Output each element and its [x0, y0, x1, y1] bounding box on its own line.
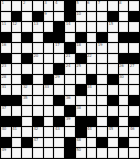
- grid-cell[interactable]: [33, 96, 43, 106]
- black-cell: [65, 1, 75, 11]
- grid-cell[interactable]: [12, 33, 22, 43]
- grid-cell[interactable]: [12, 54, 22, 64]
- grid-cell[interactable]: [44, 96, 54, 106]
- clue-number: 3: [44, 1, 46, 5]
- grid-cell[interactable]: [87, 64, 97, 74]
- clue-number: 6: [87, 1, 89, 5]
- grid-cell[interactable]: 27: [129, 64, 139, 74]
- clue-number: 40: [2, 127, 7, 131]
- grid-cell[interactable]: [33, 1, 43, 11]
- grid-cell[interactable]: [33, 43, 43, 53]
- black-cell: [12, 96, 22, 106]
- grid-cell[interactable]: [65, 127, 75, 137]
- clue-number: 25: [76, 64, 81, 68]
- black-cell: [108, 96, 118, 106]
- grid-cell[interactable]: 30: [119, 75, 129, 85]
- clue-number: 41: [12, 127, 17, 131]
- grid-cell[interactable]: [33, 85, 43, 95]
- clue-number: 11: [2, 22, 7, 26]
- black-cell: [22, 75, 32, 85]
- grid-cell[interactable]: [108, 33, 118, 43]
- grid-cell[interactable]: 40: [1, 127, 11, 137]
- grid-cell[interactable]: 3: [44, 1, 54, 11]
- clue-number: 31: [2, 85, 7, 89]
- grid-cell[interactable]: 6: [87, 1, 97, 11]
- grid-cell[interactable]: 19: [97, 43, 107, 53]
- grid-cell[interactable]: [22, 22, 32, 32]
- grid-cell[interactable]: 36: [65, 96, 75, 106]
- grid-cell[interactable]: 29: [54, 75, 64, 85]
- grid-cell[interactable]: [87, 33, 97, 43]
- black-cell: [33, 12, 43, 22]
- grid-cell[interactable]: [22, 148, 32, 158]
- grid-cell[interactable]: [97, 106, 107, 116]
- grid-cell[interactable]: 2: [22, 1, 32, 11]
- clue-number: 15: [108, 22, 113, 26]
- black-cell: [87, 117, 97, 127]
- clue-number: 13: [34, 22, 39, 26]
- crossword-grid: 1234567891011121314151617181920212223242…: [0, 0, 140, 159]
- grid-cell[interactable]: 17: [54, 43, 64, 53]
- clue-number: 32: [23, 85, 28, 89]
- grid-cell[interactable]: [129, 1, 139, 11]
- grid-cell[interactable]: [97, 64, 107, 74]
- clue-number: 7: [98, 1, 100, 5]
- grid-cell[interactable]: [65, 75, 75, 85]
- black-cell: [22, 138, 32, 148]
- grid-cell[interactable]: 37: [1, 106, 11, 116]
- grid-cell[interactable]: [54, 12, 64, 22]
- grid-cell[interactable]: [44, 138, 54, 148]
- grid-cell[interactable]: [97, 22, 107, 32]
- clue-number: 49: [2, 148, 7, 152]
- grid-cell[interactable]: 1: [1, 1, 11, 11]
- grid-cell[interactable]: 24: [65, 64, 75, 74]
- clue-number: 29: [55, 75, 60, 79]
- grid-cell[interactable]: [44, 127, 54, 137]
- grid-cell[interactable]: [1, 12, 11, 22]
- grid-cell[interactable]: [12, 138, 22, 148]
- black-cell: [54, 22, 64, 32]
- grid-cell[interactable]: [129, 138, 139, 148]
- clue-number: 50: [76, 148, 81, 152]
- grid-cell[interactable]: [54, 148, 64, 158]
- grid-cell[interactable]: 26: [119, 64, 129, 74]
- black-cell: [119, 54, 129, 64]
- grid-cell[interactable]: 38: [76, 106, 86, 116]
- grid-cell[interactable]: [44, 64, 54, 74]
- grid-cell[interactable]: [129, 148, 139, 158]
- grid-cell[interactable]: [119, 117, 129, 127]
- black-cell: [129, 117, 139, 127]
- grid-cell[interactable]: 21: [65, 54, 75, 64]
- grid-cell[interactable]: [119, 22, 129, 32]
- black-cell: [129, 12, 139, 22]
- grid-cell[interactable]: 15: [108, 22, 118, 32]
- grid-cell[interactable]: 7: [97, 1, 107, 11]
- grid-cell[interactable]: [129, 106, 139, 116]
- grid-cell[interactable]: [65, 85, 75, 95]
- black-cell: [65, 106, 75, 116]
- grid-cell[interactable]: [108, 43, 118, 53]
- black-cell: [54, 117, 64, 127]
- grid-cell[interactable]: [129, 43, 139, 53]
- black-cell: [76, 33, 86, 43]
- clue-number: 48: [76, 138, 81, 142]
- grid-cell[interactable]: [22, 127, 32, 137]
- black-cell: [65, 148, 75, 158]
- clue-number: 1: [2, 1, 4, 5]
- grid-cell[interactable]: [33, 64, 43, 74]
- grid-cell[interactable]: 39: [65, 117, 75, 127]
- grid-cell[interactable]: [22, 43, 32, 53]
- clue-number: 47: [34, 138, 39, 142]
- clue-number: 28: [2, 75, 7, 79]
- grid-cell[interactable]: [33, 148, 43, 158]
- grid-cell[interactable]: [97, 12, 107, 22]
- black-cell: [22, 54, 32, 64]
- grid-cell[interactable]: [44, 106, 54, 116]
- grid-cell[interactable]: 9: [44, 12, 54, 22]
- grid-cell[interactable]: [44, 22, 54, 32]
- black-cell: [44, 33, 54, 43]
- grid-cell[interactable]: [97, 96, 107, 106]
- clue-number: 34: [87, 85, 92, 89]
- grid-cell[interactable]: 5: [76, 1, 86, 11]
- grid-cell[interactable]: [129, 85, 139, 95]
- grid-cell[interactable]: [97, 117, 107, 127]
- grid-cell[interactable]: [97, 75, 107, 85]
- black-cell: [129, 33, 139, 43]
- clue-number: 19: [98, 43, 103, 47]
- black-cell: [76, 117, 86, 127]
- grid-cell[interactable]: 25: [76, 64, 86, 74]
- black-cell: [76, 85, 86, 95]
- black-cell: [119, 33, 129, 43]
- grid-cell[interactable]: 32: [22, 85, 32, 95]
- grid-cell[interactable]: [108, 54, 118, 64]
- black-cell: [54, 33, 64, 43]
- grid-cell[interactable]: 42: [33, 127, 43, 137]
- black-cell: [65, 138, 75, 148]
- grid-cell[interactable]: 41: [12, 127, 22, 137]
- grid-cell[interactable]: [87, 22, 97, 32]
- black-cell: [65, 12, 75, 22]
- grid-cell[interactable]: [108, 148, 118, 158]
- clue-number: 38: [76, 106, 81, 110]
- black-cell: [119, 138, 129, 148]
- black-cell: [1, 96, 11, 106]
- grid-cell[interactable]: 45: [108, 127, 118, 137]
- black-cell: [44, 75, 54, 85]
- grid-cell[interactable]: 47: [33, 138, 43, 148]
- clue-number: 10: [76, 12, 81, 16]
- grid-cell[interactable]: [33, 106, 43, 116]
- grid-cell[interactable]: [54, 106, 64, 116]
- grid-cell[interactable]: [108, 64, 118, 74]
- grid-cell[interactable]: [44, 43, 54, 53]
- grid-cell[interactable]: [12, 106, 22, 116]
- clue-number: 30: [119, 75, 124, 79]
- grid-cell[interactable]: [119, 127, 129, 137]
- clue-number: 20: [34, 54, 39, 58]
- black-cell: [54, 64, 64, 74]
- clue-number: 42: [34, 127, 39, 131]
- clue-number: 26: [119, 64, 124, 68]
- grid-cell[interactable]: [108, 106, 118, 116]
- grid-cell[interactable]: 28: [1, 75, 11, 85]
- grid-cell[interactable]: 13: [33, 22, 43, 32]
- clue-number: 39: [66, 117, 71, 121]
- black-cell: [108, 12, 118, 22]
- grid-cell[interactable]: [12, 1, 22, 11]
- grid-cell[interactable]: [12, 85, 22, 95]
- black-cell: [1, 54, 11, 64]
- clue-number: 45: [108, 127, 113, 131]
- clue-number: 35: [23, 96, 28, 100]
- grid-cell[interactable]: [12, 148, 22, 158]
- grid-cell[interactable]: [87, 138, 97, 148]
- black-cell: [108, 117, 118, 127]
- grid-cell[interactable]: 22: [87, 54, 97, 64]
- grid-cell[interactable]: 50: [76, 148, 86, 158]
- grid-cell[interactable]: [54, 54, 64, 64]
- grid-cell[interactable]: [22, 117, 32, 127]
- black-cell: [12, 12, 22, 22]
- grid-cell[interactable]: [12, 75, 22, 85]
- black-cell: [108, 75, 118, 85]
- clue-number: 23: [2, 64, 7, 68]
- grid-cell[interactable]: [108, 138, 118, 148]
- grid-cell[interactable]: [129, 22, 139, 32]
- clue-number: 8: [119, 1, 121, 5]
- grid-cell[interactable]: [97, 148, 107, 158]
- grid-cell[interactable]: [129, 75, 139, 85]
- black-cell: [97, 138, 107, 148]
- clue-number: 16: [2, 43, 7, 47]
- grid-cell[interactable]: 34: [87, 85, 97, 95]
- grid-cell[interactable]: [54, 138, 64, 148]
- grid-cell[interactable]: 46: [129, 127, 139, 137]
- grid-cell[interactable]: [54, 85, 64, 95]
- grid-cell[interactable]: 44: [87, 127, 97, 137]
- grid-cell[interactable]: 18: [76, 43, 86, 53]
- grid-cell[interactable]: 35: [22, 96, 32, 106]
- grid-cell[interactable]: [33, 33, 43, 43]
- grid-cell[interactable]: [12, 43, 22, 53]
- grid-cell[interactable]: 31: [1, 85, 11, 95]
- grid-cell[interactable]: [119, 12, 129, 22]
- clue-number: 12: [12, 22, 17, 26]
- clue-number: 17: [55, 43, 60, 47]
- black-cell: [65, 43, 75, 53]
- grid-cell[interactable]: [119, 43, 129, 53]
- grid-cell[interactable]: 11: [1, 22, 11, 32]
- grid-cell[interactable]: [76, 22, 86, 32]
- grid-cell[interactable]: [97, 127, 107, 137]
- black-cell: [97, 33, 107, 43]
- black-cell: [76, 54, 86, 64]
- grid-cell[interactable]: 14: [65, 22, 75, 32]
- grid-cell[interactable]: [44, 148, 54, 158]
- black-cell: [33, 117, 43, 127]
- grid-cell[interactable]: [44, 117, 54, 127]
- clue-number: 46: [130, 127, 135, 131]
- black-cell: [54, 96, 64, 106]
- grid-cell[interactable]: [76, 96, 86, 106]
- grid-cell[interactable]: [33, 75, 43, 85]
- clue-number: 2: [23, 1, 25, 5]
- grid-cell[interactable]: 8: [119, 1, 129, 11]
- clue-number: 24: [66, 64, 71, 68]
- black-cell: [1, 33, 11, 43]
- clue-number: 4: [55, 1, 57, 5]
- grid-cell[interactable]: [87, 43, 97, 53]
- black-cell: [129, 96, 139, 106]
- grid-cell[interactable]: [119, 96, 129, 106]
- black-cell: [76, 127, 86, 137]
- grid-cell[interactable]: [76, 75, 86, 85]
- grid-cell[interactable]: [119, 148, 129, 158]
- grid-cell[interactable]: [65, 33, 75, 43]
- clue-number: 27: [130, 64, 135, 68]
- grid-cell[interactable]: [119, 85, 129, 95]
- grid-cell[interactable]: [108, 1, 118, 11]
- clue-number: 43: [55, 127, 60, 131]
- clue-number: 22: [87, 54, 92, 58]
- grid-cell[interactable]: 49: [1, 148, 11, 158]
- grid-cell[interactable]: [87, 148, 97, 158]
- grid-cell[interactable]: [22, 106, 32, 116]
- grid-cell[interactable]: [22, 64, 32, 74]
- grid-cell[interactable]: 10: [76, 12, 86, 22]
- grid-cell[interactable]: [12, 64, 22, 74]
- grid-cell[interactable]: [119, 106, 129, 116]
- grid-cell[interactable]: [87, 106, 97, 116]
- clue-number: 5: [76, 1, 78, 5]
- clue-number: 37: [2, 106, 7, 110]
- clue-number: 21: [66, 54, 71, 58]
- black-cell: [1, 117, 11, 127]
- grid-cell[interactable]: [108, 85, 118, 95]
- clue-number: 33: [44, 85, 49, 89]
- grid-cell[interactable]: 23: [1, 64, 11, 74]
- grid-cell[interactable]: [97, 54, 107, 64]
- clue-number: 18: [76, 43, 81, 47]
- grid-cell[interactable]: 4: [54, 1, 64, 11]
- clue-number: 44: [87, 127, 92, 131]
- grid-cell[interactable]: 48: [76, 138, 86, 148]
- grid-cell[interactable]: 20: [33, 54, 43, 64]
- black-cell: [87, 75, 97, 85]
- clue-number: 36: [66, 96, 71, 100]
- grid-cell[interactable]: [97, 85, 107, 95]
- grid-cell[interactable]: 16: [1, 43, 11, 53]
- grid-cell[interactable]: [87, 12, 97, 22]
- grid-cell[interactable]: [87, 96, 97, 106]
- grid-cell[interactable]: 33: [44, 85, 54, 95]
- black-cell: [12, 117, 22, 127]
- clue-number: 14: [66, 22, 71, 26]
- black-cell: [129, 54, 139, 64]
- grid-cell[interactable]: 12: [12, 22, 22, 32]
- grid-cell[interactable]: 43: [54, 127, 64, 137]
- black-cell: [22, 33, 32, 43]
- grid-cell[interactable]: [44, 54, 54, 64]
- clue-number: 9: [44, 12, 46, 16]
- black-cell: [1, 138, 11, 148]
- grid-cell[interactable]: [22, 12, 32, 22]
